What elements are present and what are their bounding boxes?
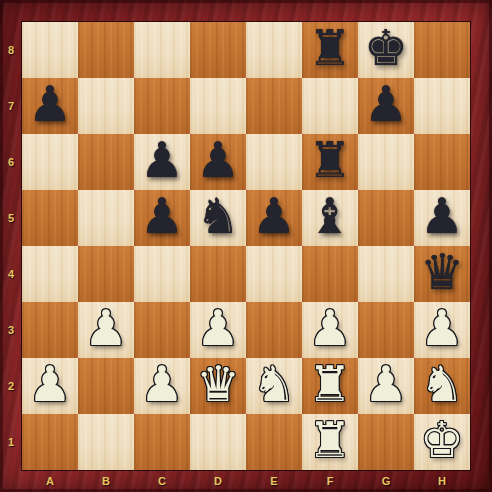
square-c7[interactable] <box>134 78 190 134</box>
square-d2[interactable]: ♛ <box>190 358 246 414</box>
white-pawn: ♟ <box>308 301 352 357</box>
square-h3[interactable]: ♟ <box>414 302 470 358</box>
square-e2[interactable]: ♞ <box>246 358 302 414</box>
square-e7[interactable] <box>246 78 302 134</box>
file-label-h: H <box>414 470 470 492</box>
square-a3[interactable] <box>22 302 78 358</box>
square-e4[interactable] <box>246 246 302 302</box>
rank-label-3: 3 <box>0 302 22 358</box>
rank-label-4: 4 <box>0 246 22 302</box>
white-knight: ♞ <box>420 357 464 413</box>
square-a4[interactable] <box>22 246 78 302</box>
black-pawn: ♟ <box>140 133 184 189</box>
square-a8[interactable] <box>22 22 78 78</box>
square-a2[interactable]: ♟ <box>22 358 78 414</box>
square-a1[interactable] <box>22 414 78 470</box>
white-pawn: ♟ <box>420 301 464 357</box>
white-knight: ♞ <box>252 357 296 413</box>
square-c4[interactable] <box>134 246 190 302</box>
square-f5[interactable]: ♝ <box>302 190 358 246</box>
white-queen: ♛ <box>196 357 240 413</box>
square-d7[interactable] <box>190 78 246 134</box>
square-f8[interactable]: ♜ <box>302 22 358 78</box>
square-f1[interactable]: ♜ <box>302 414 358 470</box>
black-pawn: ♟ <box>420 189 464 245</box>
square-d3[interactable]: ♟ <box>190 302 246 358</box>
white-rook: ♜ <box>308 413 352 469</box>
square-g1[interactable] <box>358 414 414 470</box>
square-e6[interactable] <box>246 134 302 190</box>
square-a6[interactable] <box>22 134 78 190</box>
square-f7[interactable] <box>302 78 358 134</box>
white-king: ♚ <box>420 413 464 469</box>
square-d6[interactable]: ♟ <box>190 134 246 190</box>
white-pawn: ♟ <box>28 357 72 413</box>
square-e5[interactable]: ♟ <box>246 190 302 246</box>
board: ♜♚♟♟♟♟♜♟♞♟♝♟♛♟♟♟♟♟♟♛♞♜♟♞♜♚ <box>22 22 470 470</box>
square-g7[interactable]: ♟ <box>358 78 414 134</box>
white-pawn: ♟ <box>140 357 184 413</box>
square-g5[interactable] <box>358 190 414 246</box>
square-h1[interactable]: ♚ <box>414 414 470 470</box>
square-g8[interactable]: ♚ <box>358 22 414 78</box>
file-label-a: A <box>22 470 78 492</box>
square-f4[interactable] <box>302 246 358 302</box>
black-rook: ♜ <box>308 21 352 77</box>
square-d5[interactable]: ♞ <box>190 190 246 246</box>
black-king: ♚ <box>364 21 408 77</box>
white-pawn: ♟ <box>196 301 240 357</box>
square-b4[interactable] <box>78 246 134 302</box>
square-g4[interactable] <box>358 246 414 302</box>
file-label-d: D <box>190 470 246 492</box>
square-e3[interactable] <box>246 302 302 358</box>
file-label-e: E <box>246 470 302 492</box>
square-b5[interactable] <box>78 190 134 246</box>
black-pawn: ♟ <box>28 77 72 133</box>
square-h2[interactable]: ♞ <box>414 358 470 414</box>
rank-label-7: 7 <box>0 78 22 134</box>
file-label-g: G <box>358 470 414 492</box>
square-c3[interactable] <box>134 302 190 358</box>
square-f3[interactable]: ♟ <box>302 302 358 358</box>
file-labels: ABCDEFGH <box>22 470 470 492</box>
black-knight: ♞ <box>196 189 240 245</box>
square-b8[interactable] <box>78 22 134 78</box>
white-pawn: ♟ <box>84 301 128 357</box>
square-c5[interactable]: ♟ <box>134 190 190 246</box>
square-b6[interactable] <box>78 134 134 190</box>
black-bishop: ♝ <box>308 189 352 245</box>
file-label-f: F <box>302 470 358 492</box>
square-h5[interactable]: ♟ <box>414 190 470 246</box>
square-c8[interactable] <box>134 22 190 78</box>
square-c2[interactable]: ♟ <box>134 358 190 414</box>
black-pawn: ♟ <box>252 189 296 245</box>
rank-labels: 87654321 <box>0 22 22 470</box>
square-b7[interactable] <box>78 78 134 134</box>
white-rook: ♜ <box>308 357 352 413</box>
square-h4[interactable]: ♛ <box>414 246 470 302</box>
square-e8[interactable] <box>246 22 302 78</box>
black-rook: ♜ <box>308 133 352 189</box>
square-b1[interactable] <box>78 414 134 470</box>
square-f6[interactable]: ♜ <box>302 134 358 190</box>
square-g2[interactable]: ♟ <box>358 358 414 414</box>
rank-label-6: 6 <box>0 134 22 190</box>
square-a5[interactable] <box>22 190 78 246</box>
square-g6[interactable] <box>358 134 414 190</box>
square-d8[interactable] <box>190 22 246 78</box>
white-pawn: ♟ <box>364 357 408 413</box>
square-e1[interactable] <box>246 414 302 470</box>
black-pawn: ♟ <box>364 77 408 133</box>
black-queen: ♛ <box>420 245 464 301</box>
chess-board-frame: 87654321 ♜♚♟♟♟♟♜♟♞♟♝♟♛♟♟♟♟♟♟♛♞♜♟♞♜♚ ABCD… <box>0 0 492 492</box>
square-h8[interactable] <box>414 22 470 78</box>
square-a7[interactable]: ♟ <box>22 78 78 134</box>
square-c6[interactable]: ♟ <box>134 134 190 190</box>
square-b3[interactable]: ♟ <box>78 302 134 358</box>
file-label-c: C <box>134 470 190 492</box>
rank-label-2: 2 <box>0 358 22 414</box>
square-c1[interactable] <box>134 414 190 470</box>
square-h6[interactable] <box>414 134 470 190</box>
rank-label-1: 1 <box>0 414 22 470</box>
square-d1[interactable] <box>190 414 246 470</box>
square-f2[interactable]: ♜ <box>302 358 358 414</box>
rank-label-8: 8 <box>0 22 22 78</box>
square-g3[interactable] <box>358 302 414 358</box>
square-d4[interactable] <box>190 246 246 302</box>
square-b2[interactable] <box>78 358 134 414</box>
square-h7[interactable] <box>414 78 470 134</box>
black-pawn: ♟ <box>140 189 184 245</box>
rank-label-5: 5 <box>0 190 22 246</box>
file-label-b: B <box>78 470 134 492</box>
black-pawn: ♟ <box>196 133 240 189</box>
